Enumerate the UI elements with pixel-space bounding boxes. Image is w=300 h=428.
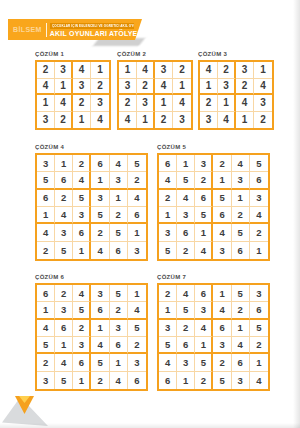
puzzle-label: ÇÖZÜM 7	[157, 274, 270, 280]
sudoku-grid-6x6: 312645564132625314143526436251251463	[35, 153, 148, 261]
page-title: AKIL OYUNLARI ATÖLYESİ	[50, 30, 134, 37]
cell-r3c3: 2	[73, 95, 91, 112]
cell-r3c1: 6	[37, 190, 55, 207]
cell-r2c6: 4	[128, 302, 146, 319]
cell-r4c4: 2	[254, 112, 272, 129]
cell-r4c2: 1	[55, 337, 73, 354]
cell-r3c5: 3	[110, 320, 128, 337]
cell-r1c2: 4	[177, 285, 195, 302]
cell-r2c1: 1	[200, 79, 218, 96]
cell-r4c4: 3	[213, 337, 231, 354]
cell-r1c6: 1	[128, 285, 146, 302]
cell-r3c3: 4	[195, 320, 213, 337]
cell-r3c1: 2	[119, 95, 137, 112]
cell-r1c6: 5	[128, 155, 146, 172]
bilsem-logo: BİLSEM	[8, 26, 46, 33]
cell-r4c5: 2	[110, 207, 128, 224]
sudoku-grid-4x4: 1432324123144123	[117, 60, 193, 130]
cell-r2c4: 1	[213, 172, 231, 189]
cell-r6c4: 4	[91, 242, 109, 259]
cell-r2c4: 6	[91, 302, 109, 319]
cell-r3c6: 3	[250, 190, 268, 207]
cell-r6c3: 4	[195, 242, 213, 259]
cell-r4c6: 2	[128, 337, 146, 354]
cell-r4c4: 3	[173, 112, 191, 129]
puzzle-cozum-3: ÇÖZÜM 3 4231132421433412	[198, 51, 274, 130]
cell-r5c5: 6	[232, 354, 250, 371]
cell-r2c2: 6	[55, 172, 73, 189]
cell-r4c5: 6	[110, 337, 128, 354]
cell-r2c2: 3	[218, 79, 236, 96]
cell-r1c5: 4	[110, 155, 128, 172]
cell-r3c1: 3	[159, 320, 177, 337]
cell-r2c5: 3	[232, 172, 250, 189]
cell-r3c4: 1	[91, 320, 109, 337]
cell-r1c5: 5	[110, 285, 128, 302]
cell-r5c4: 4	[213, 224, 231, 241]
cell-r1c3: 3	[236, 62, 254, 79]
sudoku-grid-4x4: 2341413214233214	[35, 60, 111, 130]
cell-r2c3: 3	[73, 79, 91, 96]
series-strip: ÇOCUKLAR İÇİN EĞLENCELİ VE ÖĞRETİCİ AKIL…	[50, 23, 134, 29]
cell-r5c3: 6	[73, 354, 91, 371]
cell-r1c4: 2	[173, 62, 191, 79]
cell-r5c6: 2	[250, 224, 268, 241]
cell-r5c2: 6	[177, 224, 195, 241]
cell-r4c6: 2	[250, 337, 268, 354]
cell-r2c6: 6	[250, 302, 268, 319]
cell-r2c6: 2	[128, 172, 146, 189]
puzzle-label: ÇÖZÜM 1	[35, 51, 111, 57]
cell-r4c2: 2	[55, 112, 73, 129]
cell-r5c3: 5	[195, 354, 213, 371]
cell-r4c6: 4	[250, 207, 268, 224]
cell-r2c3: 2	[195, 172, 213, 189]
cell-r1c2: 4	[137, 62, 155, 79]
cell-r4c2: 1	[137, 112, 155, 129]
cell-r1c2: 1	[55, 155, 73, 172]
banner-divider	[46, 23, 47, 37]
cell-r1c4: 1	[254, 62, 272, 79]
cell-r2c3: 5	[73, 302, 91, 319]
cell-r6c5: 6	[110, 242, 128, 259]
cell-r3c3: 1	[155, 95, 173, 112]
cell-r6c1: 2	[37, 242, 55, 259]
cell-r2c1: 4	[159, 172, 177, 189]
puzzle-cozum-4: ÇÖZÜM 4 31264556413262531414352643625125…	[35, 144, 148, 261]
cell-r4c4: 5	[91, 207, 109, 224]
cell-r5c1: 4	[159, 354, 177, 371]
sudoku-grid-6x6: 624351135624462135513462246513351246	[35, 283, 148, 391]
cell-r2c5: 3	[110, 172, 128, 189]
puzzle-cozum-5: ÇÖZÜM 5 61324545213624651313562436145252…	[157, 144, 270, 261]
cell-r3c3: 4	[236, 95, 254, 112]
cell-r1c1: 2	[159, 285, 177, 302]
cell-r6c6: 1	[250, 242, 268, 259]
puzzle-label: ÇÖZÜM 2	[117, 51, 193, 57]
cell-r5c5: 5	[232, 224, 250, 241]
cell-r1c2: 1	[177, 155, 195, 172]
cell-r4c5: 2	[232, 207, 250, 224]
puzzle-label: ÇÖZÜM 4	[35, 144, 148, 150]
cell-r1c3: 4	[73, 285, 91, 302]
cell-r3c5: 1	[232, 190, 250, 207]
cell-r1c2: 3	[55, 62, 73, 79]
cell-r1c1: 1	[119, 62, 137, 79]
cell-r6c4: 5	[213, 372, 231, 389]
cell-r2c2: 5	[177, 172, 195, 189]
cell-r2c4: 4	[213, 302, 231, 319]
cell-r1c4: 3	[91, 285, 109, 302]
cell-r3c4: 3	[254, 95, 272, 112]
cell-r6c6: 6	[128, 372, 146, 389]
cell-r6c5: 4	[110, 372, 128, 389]
cell-r5c3: 1	[195, 224, 213, 241]
cell-r1c5: 5	[232, 285, 250, 302]
cell-r6c1: 6	[159, 372, 177, 389]
puzzle-cozum-1: ÇÖZÜM 1 2341413214233214	[35, 51, 111, 130]
cell-r3c5: 1	[232, 320, 250, 337]
cell-r3c2: 2	[177, 320, 195, 337]
cell-r2c3: 2	[236, 79, 254, 96]
cell-r6c2: 5	[55, 372, 73, 389]
cell-r5c2: 3	[55, 224, 73, 241]
cell-r2c2: 1	[55, 79, 73, 96]
cell-r3c3: 2	[73, 320, 91, 337]
cell-r2c4: 4	[254, 79, 272, 96]
cell-r3c1: 2	[159, 190, 177, 207]
puzzle-cozum-6: ÇÖZÜM 6 62435113562446213551346224651335…	[35, 274, 148, 391]
cell-r6c3: 1	[73, 242, 91, 259]
cell-r6c2: 2	[177, 242, 195, 259]
cell-r1c2: 2	[55, 285, 73, 302]
cell-r4c2: 6	[177, 337, 195, 354]
cell-r5c6: 1	[128, 224, 146, 241]
sudoku-grid-6x6: 246153153426324615561342435261612534	[157, 283, 270, 391]
cell-r6c5: 3	[232, 372, 250, 389]
cell-r2c2: 2	[137, 79, 155, 96]
cell-r1c1: 6	[37, 285, 55, 302]
cell-r1c3: 2	[73, 155, 91, 172]
cell-r1c3: 3	[155, 62, 173, 79]
cell-r3c1: 2	[200, 95, 218, 112]
cell-r6c2: 5	[55, 242, 73, 259]
cell-r1c1: 4	[200, 62, 218, 79]
cell-r6c6: 4	[250, 372, 268, 389]
puzzle-cozum-2: ÇÖZÜM 2 1432324123144123	[117, 51, 193, 130]
cell-r5c4: 5	[91, 354, 109, 371]
puzzle-label: ÇÖZÜM 3	[198, 51, 274, 57]
header-banner: BİLSEM ÇOCUKLAR İÇİN EĞLENCELİ VE ÖĞRETİ…	[8, 19, 142, 40]
banner-text-block: ÇOCUKLAR İÇİN EĞLENCELİ VE ÖĞRETİCİ AKIL…	[50, 23, 142, 37]
cell-r3c4: 5	[213, 190, 231, 207]
cell-r4c1: 1	[159, 207, 177, 224]
cell-r2c2: 5	[177, 302, 195, 319]
cell-r2c1: 4	[37, 79, 55, 96]
cell-r4c3: 1	[236, 112, 254, 129]
cell-r4c2: 4	[218, 112, 236, 129]
puzzle-label: ÇÖZÜM 6	[35, 274, 148, 280]
cell-r4c6: 6	[128, 207, 146, 224]
cell-r3c2: 4	[177, 190, 195, 207]
cell-r1c1: 6	[159, 155, 177, 172]
cell-r3c6: 5	[128, 320, 146, 337]
cell-r4c1: 5	[159, 337, 177, 354]
cell-r4c1: 5	[37, 337, 55, 354]
cell-r6c2: 1	[177, 372, 195, 389]
cell-r1c3: 3	[195, 155, 213, 172]
cell-r6c3: 1	[73, 372, 91, 389]
cell-r6c5: 6	[232, 242, 250, 259]
cell-r2c1: 1	[37, 302, 55, 319]
cell-r2c1: 1	[159, 302, 177, 319]
cell-r4c3: 3	[73, 207, 91, 224]
cell-r3c6: 4	[128, 190, 146, 207]
cell-r3c4: 4	[173, 95, 191, 112]
cell-r5c5: 5	[110, 224, 128, 241]
cell-r6c1: 3	[37, 372, 55, 389]
cell-r1c4: 1	[91, 62, 109, 79]
cell-r4c1: 4	[119, 112, 137, 129]
puzzle-label: ÇÖZÜM 5	[157, 144, 270, 150]
cell-r4c3: 1	[73, 112, 91, 129]
cell-r4c2: 3	[177, 207, 195, 224]
cell-r2c3: 4	[73, 172, 91, 189]
cell-r1c3: 4	[73, 62, 91, 79]
cell-r2c4: 1	[173, 79, 191, 96]
puzzle-cozum-7: ÇÖZÜM 7 24615315342632461556134243526161…	[157, 274, 270, 391]
cell-r2c1: 3	[119, 79, 137, 96]
cell-r1c4: 6	[91, 155, 109, 172]
cell-r5c6: 1	[250, 354, 268, 371]
cell-r2c1: 5	[37, 172, 55, 189]
cell-r4c1: 1	[37, 207, 55, 224]
cell-r2c2: 3	[55, 302, 73, 319]
cell-r6c4: 2	[91, 372, 109, 389]
cell-r3c2: 6	[55, 320, 73, 337]
cell-r4c3: 2	[155, 112, 173, 129]
cell-r1c1: 2	[37, 62, 55, 79]
cell-r3c4: 3	[91, 190, 109, 207]
cell-r3c3: 6	[195, 190, 213, 207]
cell-r4c2: 4	[55, 207, 73, 224]
cell-r2c4: 1	[91, 172, 109, 189]
cell-r6c3: 2	[195, 372, 213, 389]
cell-r3c2: 2	[55, 190, 73, 207]
cell-r5c1: 3	[159, 224, 177, 241]
cell-r4c3: 5	[195, 207, 213, 224]
cell-r2c5: 2	[110, 302, 128, 319]
cell-r3c2: 4	[55, 95, 73, 112]
cell-r1c5: 4	[232, 155, 250, 172]
cell-r1c4: 2	[213, 155, 231, 172]
cell-r4c4: 4	[91, 112, 109, 129]
cell-r4c1: 3	[200, 112, 218, 129]
cell-r2c6: 6	[250, 172, 268, 189]
cell-r5c4: 2	[91, 224, 109, 241]
sudoku-grid-4x4: 4231132421433412	[198, 60, 274, 130]
cell-r5c2: 3	[177, 354, 195, 371]
cell-r5c6: 3	[128, 354, 146, 371]
cell-r1c1: 3	[37, 155, 55, 172]
cell-r5c1: 4	[37, 224, 55, 241]
cell-r2c5: 2	[232, 302, 250, 319]
cell-r6c6: 3	[128, 242, 146, 259]
cell-r6c1: 5	[159, 242, 177, 259]
cell-r4c3: 1	[195, 337, 213, 354]
cell-r3c3: 5	[73, 190, 91, 207]
cell-r2c3: 4	[155, 79, 173, 96]
workbook-page: BİLSEM ÇOCUKLAR İÇİN EĞLENCELİ VE ÖĞRETİ…	[0, 0, 300, 428]
cell-r4c3: 3	[73, 337, 91, 354]
cell-r2c3: 3	[195, 302, 213, 319]
cell-r3c6: 5	[250, 320, 268, 337]
cell-r3c4: 6	[213, 320, 231, 337]
cell-r3c1: 1	[37, 95, 55, 112]
cell-r4c1: 3	[37, 112, 55, 129]
cell-r4c4: 4	[91, 337, 109, 354]
cell-r2c4: 2	[91, 79, 109, 96]
cell-r3c2: 3	[137, 95, 155, 112]
cell-r1c6: 3	[250, 285, 268, 302]
sudoku-grid-6x6: 613245452136246513135624361452524361	[157, 153, 270, 261]
cell-r1c2: 2	[218, 62, 236, 79]
cell-r4c5: 4	[232, 337, 250, 354]
cell-r6c4: 3	[213, 242, 231, 259]
cell-r3c4: 3	[91, 95, 109, 112]
cell-r1c6: 5	[250, 155, 268, 172]
cell-r5c5: 1	[110, 354, 128, 371]
cell-r3c5: 1	[110, 190, 128, 207]
cell-r3c1: 4	[37, 320, 55, 337]
page-edge-shadow-right	[293, 0, 300, 428]
cell-r5c2: 4	[55, 354, 73, 371]
cell-r4c4: 6	[213, 207, 231, 224]
cell-r5c4: 2	[213, 354, 231, 371]
cell-r5c1: 2	[37, 354, 55, 371]
cell-r5c3: 6	[73, 224, 91, 241]
cell-r1c4: 1	[213, 285, 231, 302]
series-line: ÇOCUKLAR İÇİN EĞLENCELİ VE ÖĞRETİCİ AKIL…	[52, 24, 134, 27]
page-edge-shadow-bottom	[0, 423, 300, 428]
cell-r1c3: 6	[195, 285, 213, 302]
cell-r3c2: 1	[218, 95, 236, 112]
